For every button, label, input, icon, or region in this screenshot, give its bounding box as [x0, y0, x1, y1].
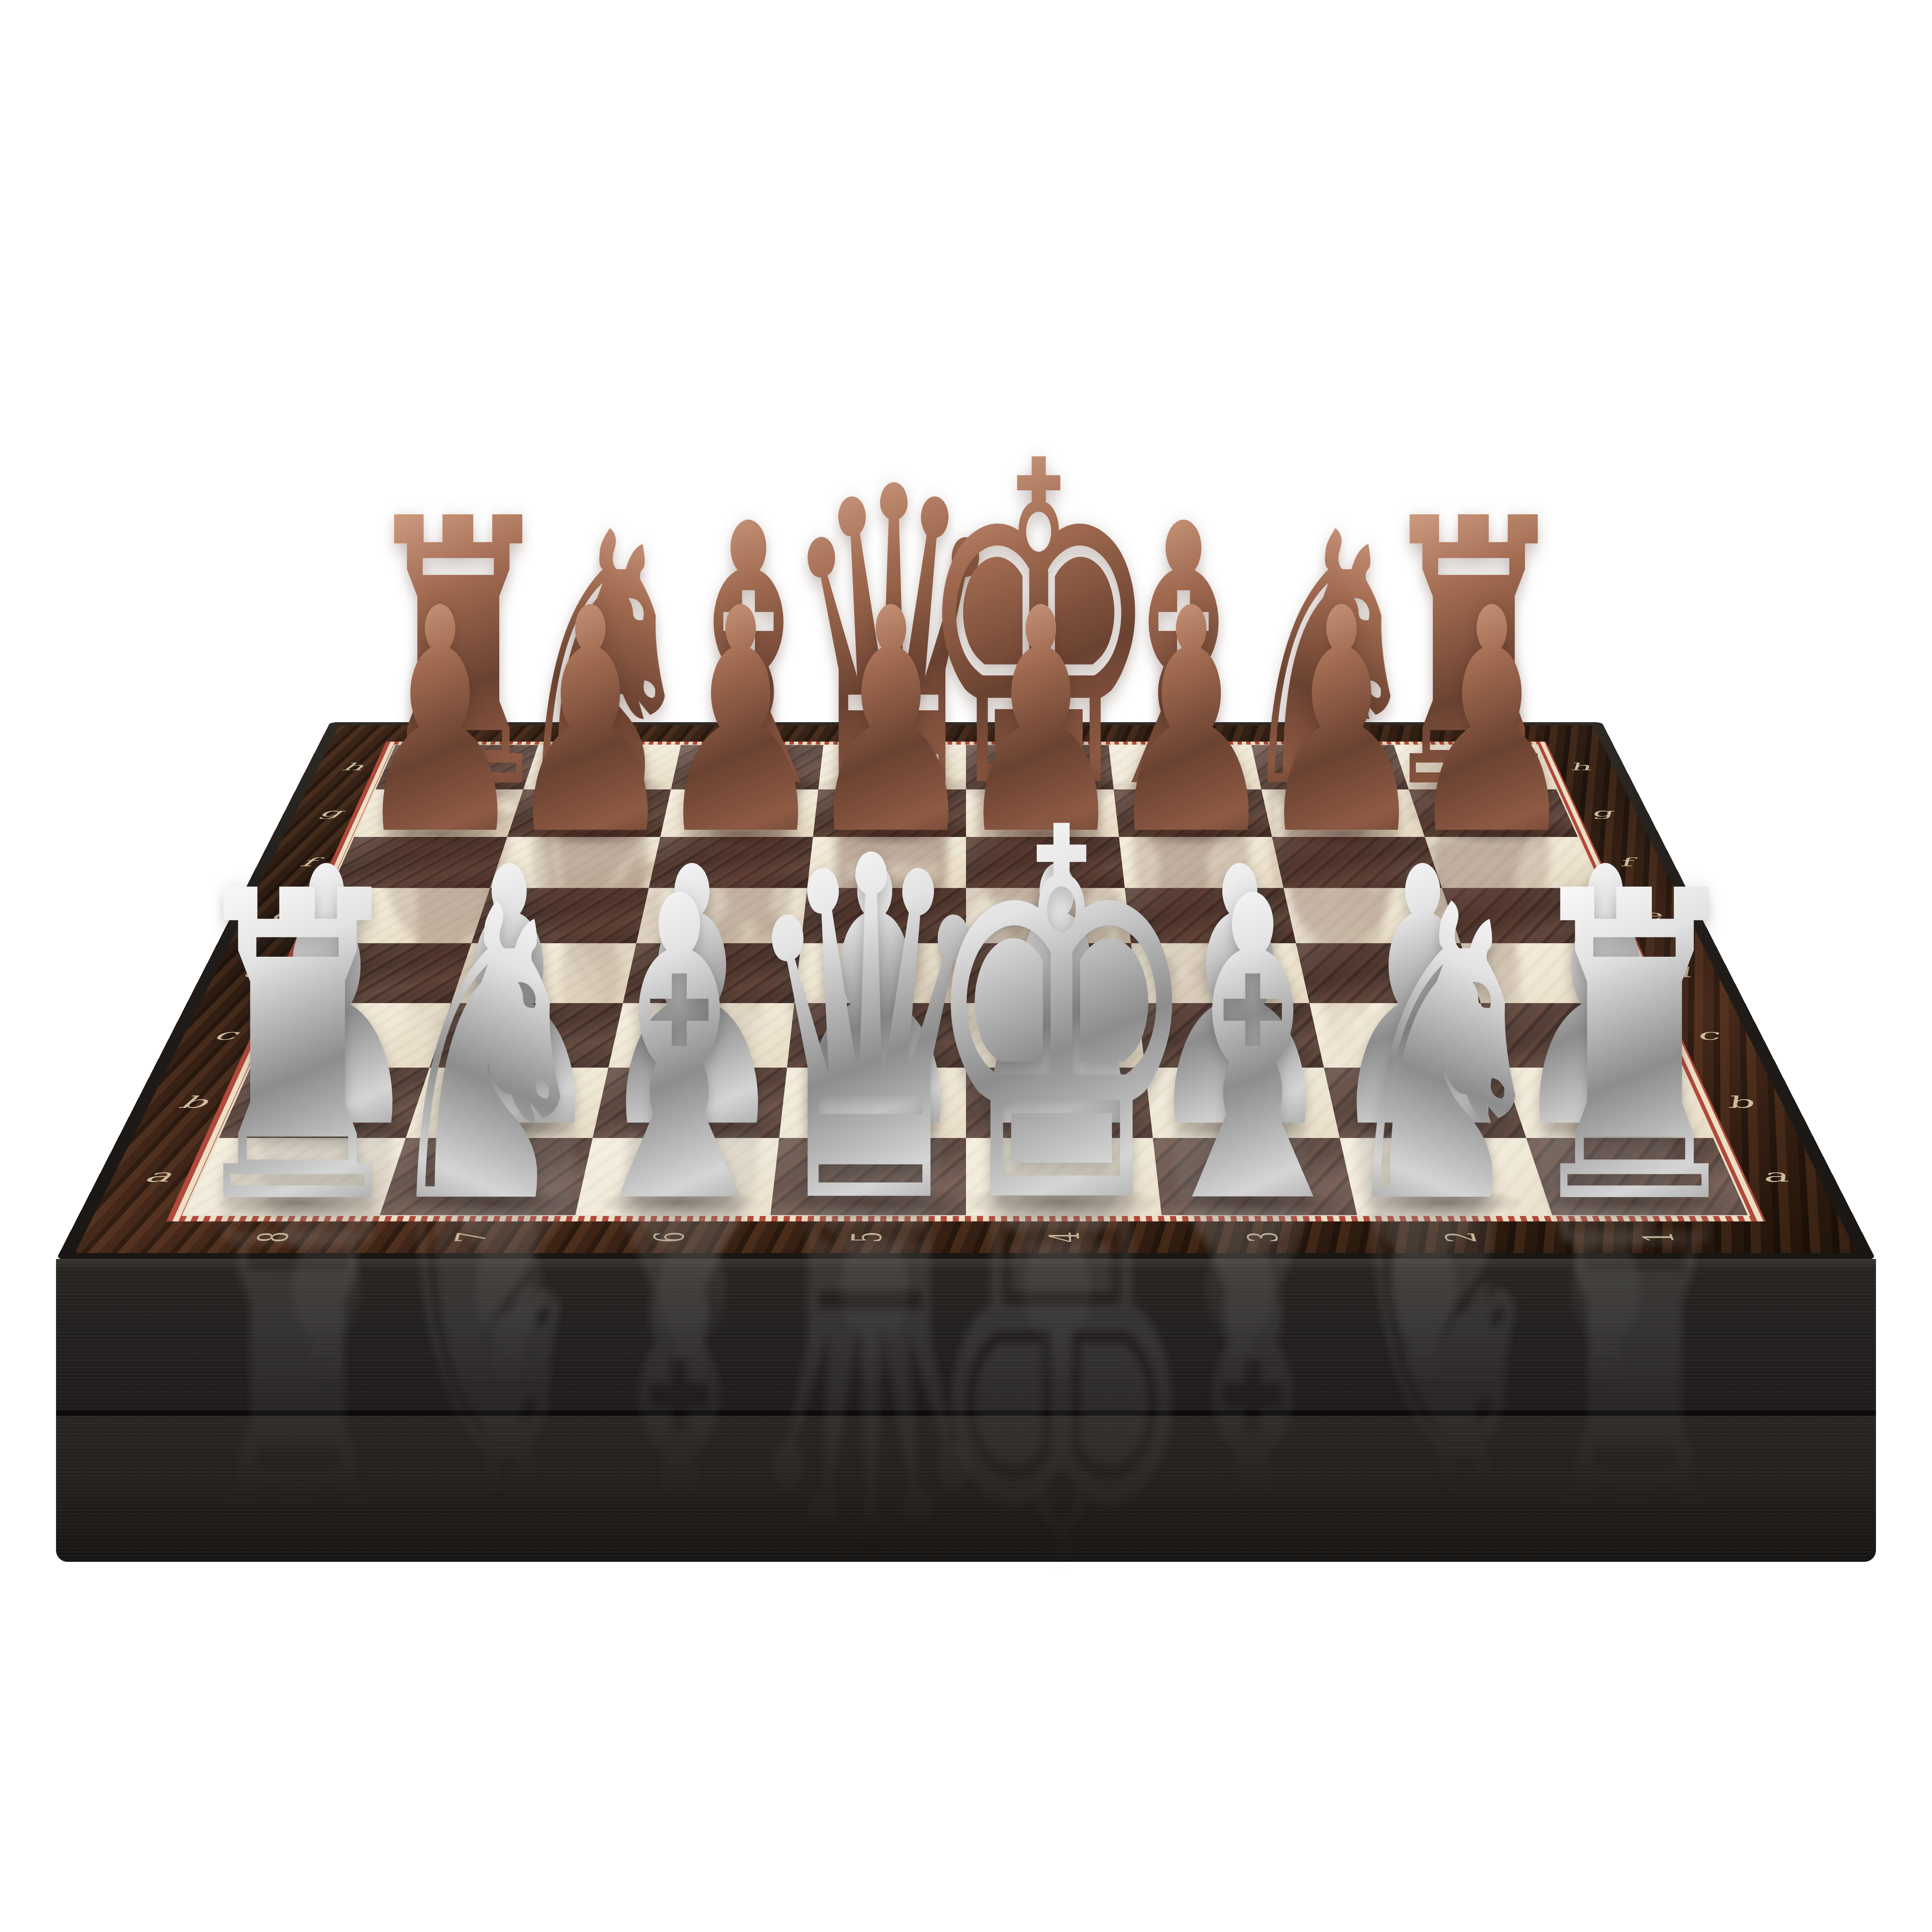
square-b3[interactable] — [1145, 1068, 1340, 1138]
square-b7[interactable] — [406, 1068, 608, 1138]
square-h8[interactable] — [376, 745, 538, 789]
square-g4[interactable] — [966, 789, 1119, 837]
square-g2[interactable] — [1261, 789, 1425, 837]
square-b2[interactable] — [1324, 1068, 1526, 1138]
square-c2[interactable] — [1309, 1003, 1503, 1068]
square-g5[interactable] — [813, 789, 966, 837]
square-b5[interactable] — [779, 1068, 966, 1138]
square-d1[interactable] — [1461, 943, 1652, 1003]
square-e6[interactable] — [636, 888, 808, 943]
storage-box-front — [56, 1259, 1876, 1562]
square-e5[interactable] — [801, 888, 966, 943]
square-h4[interactable] — [966, 745, 1114, 789]
square-d3[interactable] — [1131, 943, 1309, 1003]
coordinate-number-front-1: 1 — [1633, 1232, 1684, 1243]
square-a1[interactable] — [1526, 1138, 1748, 1215]
square-g8[interactable] — [354, 789, 523, 837]
square-a7[interactable] — [380, 1138, 593, 1215]
box-lid-front — [56, 1259, 1876, 1410]
square-f7[interactable] — [490, 837, 660, 888]
square-a5[interactable] — [770, 1138, 966, 1215]
square-c7[interactable] — [429, 1003, 623, 1068]
square-g3[interactable] — [1114, 789, 1272, 837]
square-d5[interactable] — [794, 943, 966, 1003]
square-c6[interactable] — [608, 1003, 794, 1068]
square-g1[interactable] — [1409, 789, 1578, 837]
square-e7[interactable] — [471, 888, 649, 943]
square-e4[interactable] — [966, 888, 1131, 943]
square-f2[interactable] — [1272, 837, 1442, 888]
square-f5[interactable] — [807, 837, 966, 888]
square-b6[interactable] — [592, 1068, 787, 1138]
square-d4[interactable] — [966, 943, 1138, 1003]
square-h6[interactable] — [671, 745, 823, 789]
square-f8[interactable] — [331, 837, 507, 888]
square-c3[interactable] — [1138, 1003, 1324, 1068]
square-h1[interactable] — [1394, 745, 1556, 789]
square-a2[interactable] — [1340, 1138, 1553, 1215]
square-f4[interactable] — [966, 837, 1125, 888]
square-c1[interactable] — [1481, 1003, 1681, 1068]
square-d8[interactable] — [280, 943, 471, 1003]
square-f6[interactable] — [649, 837, 813, 888]
square-a6[interactable] — [575, 1138, 779, 1215]
coordinate-number-front-3: 3 — [1238, 1232, 1287, 1243]
board-squares — [182, 745, 1750, 1216]
square-a8[interactable] — [184, 1138, 406, 1215]
square-d2[interactable] — [1296, 943, 1481, 1003]
square-f1[interactable] — [1425, 837, 1600, 888]
square-h3[interactable] — [1109, 745, 1261, 789]
square-b8[interactable] — [219, 1068, 429, 1138]
box-lid-seam — [56, 1410, 1876, 1416]
square-g6[interactable] — [660, 789, 818, 837]
square-c8[interactable] — [250, 1003, 451, 1068]
chess-board: hh8gg7ff6ee5dd4cc3bb2aa1 — [56, 722, 1876, 1260]
square-e3[interactable] — [1125, 888, 1296, 943]
product-photo: hh8gg7ff6ee5dd4cc3bb2aa1 ♜♜♞♞♝♝♛♛♚♚♝♝♞♞♜… — [0, 0, 1932, 1932]
coordinate-number-front-2: 2 — [1436, 1232, 1486, 1243]
square-h7[interactable] — [523, 745, 681, 789]
board-scene: hh8gg7ff6ee5dd4cc3bb2aa1 — [0, 0, 1932, 1932]
square-a3[interactable] — [1153, 1138, 1357, 1215]
coordinate-number-front-8: 8 — [248, 1232, 299, 1243]
square-c5[interactable] — [787, 1003, 966, 1068]
square-b1[interactable] — [1503, 1068, 1713, 1138]
square-h5[interactable] — [818, 745, 966, 789]
square-d7[interactable] — [451, 943, 636, 1003]
box-base-front — [56, 1416, 1876, 1562]
square-e2[interactable] — [1283, 888, 1461, 943]
square-h2[interactable] — [1251, 745, 1409, 789]
square-c4[interactable] — [966, 1003, 1145, 1068]
square-e8[interactable] — [306, 888, 490, 943]
coordinate-number-front-7: 7 — [446, 1232, 496, 1243]
coordinate-number-front-5: 5 — [843, 1232, 891, 1243]
square-e1[interactable] — [1442, 888, 1626, 943]
square-g7[interactable] — [507, 789, 671, 837]
coordinate-number-front-4: 4 — [1041, 1232, 1088, 1243]
square-a4[interactable] — [966, 1138, 1162, 1215]
square-f3[interactable] — [1119, 837, 1284, 888]
square-d6[interactable] — [623, 943, 801, 1003]
coordinate-number-front-6: 6 — [645, 1232, 693, 1243]
square-b4[interactable] — [966, 1068, 1153, 1138]
